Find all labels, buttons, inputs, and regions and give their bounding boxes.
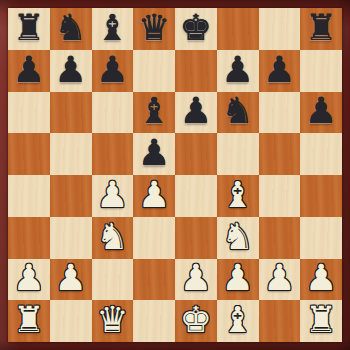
square-g3[interactable] <box>259 217 301 259</box>
piece-white-pawn[interactable]: ♟ <box>263 260 295 296</box>
piece-white-pawn[interactable]: ♟ <box>180 260 212 296</box>
square-f6[interactable]: ♞ <box>217 92 259 134</box>
square-f7[interactable]: ♟ <box>217 50 259 92</box>
square-d2[interactable] <box>133 259 175 301</box>
square-b2[interactable]: ♟ <box>50 259 92 301</box>
square-g5[interactable] <box>259 133 301 175</box>
square-d3[interactable] <box>133 217 175 259</box>
square-c5[interactable] <box>92 133 134 175</box>
square-a5[interactable] <box>8 133 50 175</box>
piece-white-knight[interactable]: ♞ <box>221 219 253 255</box>
square-a3[interactable] <box>8 217 50 259</box>
square-a2[interactable]: ♟ <box>8 259 50 301</box>
square-a7[interactable]: ♟ <box>8 50 50 92</box>
piece-black-pawn[interactable]: ♟ <box>13 52 45 88</box>
piece-white-rook[interactable]: ♜ <box>13 302 45 338</box>
square-g8[interactable] <box>259 8 301 50</box>
piece-black-pawn[interactable]: ♟ <box>263 52 295 88</box>
square-c4[interactable]: ♟ <box>92 175 134 217</box>
square-g4[interactable] <box>259 175 301 217</box>
square-c3[interactable]: ♞ <box>92 217 134 259</box>
square-f3[interactable]: ♞ <box>217 217 259 259</box>
square-e6[interactable]: ♟ <box>175 92 217 134</box>
square-e3[interactable] <box>175 217 217 259</box>
square-d6[interactable]: ♝ <box>133 92 175 134</box>
board-frame: ♜♞♝♛♚♜♟♟♟♟♟♝♟♞♟♟♟♟♝♞♞♟♟♟♟♟♟♜♛♚♝♜ <box>0 0 350 350</box>
square-b5[interactable] <box>50 133 92 175</box>
square-h5[interactable] <box>300 133 342 175</box>
square-h7[interactable] <box>300 50 342 92</box>
square-a1[interactable]: ♜ <box>8 300 50 342</box>
square-d7[interactable] <box>133 50 175 92</box>
piece-black-pawn[interactable]: ♟ <box>138 135 170 171</box>
square-g1[interactable] <box>259 300 301 342</box>
square-e4[interactable] <box>175 175 217 217</box>
square-e2[interactable]: ♟ <box>175 259 217 301</box>
square-c8[interactable]: ♝ <box>92 8 134 50</box>
square-e5[interactable] <box>175 133 217 175</box>
piece-black-knight[interactable]: ♞ <box>221 93 253 129</box>
chess-board: ♜♞♝♛♚♜♟♟♟♟♟♝♟♞♟♟♟♟♝♞♞♟♟♟♟♟♟♜♛♚♝♜ <box>8 8 342 342</box>
square-c2[interactable] <box>92 259 134 301</box>
piece-white-pawn[interactable]: ♟ <box>54 260 86 296</box>
square-a4[interactable] <box>8 175 50 217</box>
square-c1[interactable]: ♛ <box>92 300 134 342</box>
piece-black-pawn[interactable]: ♟ <box>221 52 253 88</box>
square-h3[interactable] <box>300 217 342 259</box>
piece-black-pawn[interactable]: ♟ <box>305 93 337 129</box>
square-g7[interactable]: ♟ <box>259 50 301 92</box>
square-h2[interactable]: ♟ <box>300 259 342 301</box>
square-b7[interactable]: ♟ <box>50 50 92 92</box>
square-d8[interactable]: ♛ <box>133 8 175 50</box>
piece-white-pawn[interactable]: ♟ <box>96 177 128 213</box>
square-b3[interactable] <box>50 217 92 259</box>
piece-black-bishop[interactable]: ♝ <box>138 93 170 129</box>
square-a6[interactable] <box>8 92 50 134</box>
square-f4[interactable]: ♝ <box>217 175 259 217</box>
square-b1[interactable] <box>50 300 92 342</box>
square-b6[interactable] <box>50 92 92 134</box>
piece-white-queen[interactable]: ♛ <box>96 302 128 338</box>
square-f8[interactable] <box>217 8 259 50</box>
square-c7[interactable]: ♟ <box>92 50 134 92</box>
piece-white-bishop[interactable]: ♝ <box>221 177 253 213</box>
square-e8[interactable]: ♚ <box>175 8 217 50</box>
square-b4[interactable] <box>50 175 92 217</box>
piece-black-queen[interactable]: ♛ <box>138 10 170 46</box>
square-g6[interactable] <box>259 92 301 134</box>
square-e7[interactable] <box>175 50 217 92</box>
square-h4[interactable] <box>300 175 342 217</box>
piece-white-rook[interactable]: ♜ <box>305 302 337 338</box>
square-b8[interactable]: ♞ <box>50 8 92 50</box>
square-c6[interactable] <box>92 92 134 134</box>
square-f5[interactable] <box>217 133 259 175</box>
square-f2[interactable]: ♟ <box>217 259 259 301</box>
piece-white-pawn[interactable]: ♟ <box>221 260 253 296</box>
piece-black-pawn[interactable]: ♟ <box>54 52 86 88</box>
piece-black-rook[interactable]: ♜ <box>13 10 45 46</box>
piece-white-pawn[interactable]: ♟ <box>138 177 170 213</box>
piece-black-king[interactable]: ♚ <box>180 10 212 46</box>
square-a8[interactable]: ♜ <box>8 8 50 50</box>
piece-white-king[interactable]: ♚ <box>180 302 212 338</box>
piece-black-pawn[interactable]: ♟ <box>180 93 212 129</box>
piece-black-rook[interactable]: ♜ <box>305 10 337 46</box>
square-d1[interactable] <box>133 300 175 342</box>
piece-black-bishop[interactable]: ♝ <box>96 10 128 46</box>
piece-white-bishop[interactable]: ♝ <box>221 302 253 338</box>
piece-white-pawn[interactable]: ♟ <box>13 260 45 296</box>
square-h6[interactable]: ♟ <box>300 92 342 134</box>
square-e1[interactable]: ♚ <box>175 300 217 342</box>
square-h8[interactable]: ♜ <box>300 8 342 50</box>
piece-white-knight[interactable]: ♞ <box>96 219 128 255</box>
square-d5[interactable]: ♟ <box>133 133 175 175</box>
square-g2[interactable]: ♟ <box>259 259 301 301</box>
square-d4[interactable]: ♟ <box>133 175 175 217</box>
piece-white-pawn[interactable]: ♟ <box>305 260 337 296</box>
square-h1[interactable]: ♜ <box>300 300 342 342</box>
piece-black-knight[interactable]: ♞ <box>54 10 86 46</box>
square-f1[interactable]: ♝ <box>217 300 259 342</box>
piece-black-pawn[interactable]: ♟ <box>96 52 128 88</box>
